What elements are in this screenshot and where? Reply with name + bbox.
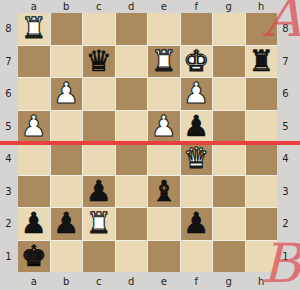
square-a2[interactable]: ♟ [18, 208, 50, 240]
square-g2[interactable] [213, 208, 245, 240]
square-e3[interactable]: ♝ [148, 176, 180, 208]
annotation-letter-a: A [263, 0, 300, 45]
square-b1[interactable] [51, 241, 83, 273]
square-d2[interactable] [116, 208, 148, 240]
square-c3[interactable]: ♟ [83, 176, 115, 208]
file-labels-top: abcdefgh [18, 1, 278, 13]
rank-label-3: 3 [279, 176, 292, 208]
piece-black-king[interactable]: ♚ [21, 241, 47, 272]
rank-label-7: 7 [279, 46, 292, 78]
square-e2[interactable] [148, 208, 180, 240]
file-label-f: f [181, 1, 213, 13]
rank-label-3: 3 [0, 176, 17, 208]
square-c5[interactable] [83, 111, 115, 143]
piece-black-queen[interactable]: ♛ [86, 46, 112, 77]
square-d8[interactable] [116, 13, 148, 45]
file-label-d: d [116, 1, 148, 13]
square-a6[interactable] [18, 78, 50, 110]
square-f5[interactable]: ♟ [181, 111, 213, 143]
piece-white-king[interactable]: ♚ [183, 46, 209, 77]
square-d5[interactable] [116, 111, 148, 143]
rank-label-1: 1 [0, 241, 17, 273]
square-f8[interactable] [181, 13, 213, 45]
file-label-c: c [83, 276, 115, 288]
square-b3[interactable] [51, 176, 83, 208]
rank-label-6: 6 [279, 78, 292, 110]
square-g4[interactable] [213, 143, 245, 175]
rank-label-5: 5 [279, 111, 292, 143]
piece-white-rook[interactable]: ♜ [21, 13, 47, 44]
square-g8[interactable] [213, 13, 245, 45]
square-a7[interactable] [18, 46, 50, 78]
square-a1[interactable]: ♚ [18, 241, 50, 273]
piece-black-pawn[interactable]: ♟ [53, 208, 79, 239]
square-g5[interactable] [213, 111, 245, 143]
file-label-b: b [51, 1, 83, 13]
square-f2[interactable]: ♟ [181, 208, 213, 240]
piece-white-pawn[interactable]: ♟ [21, 111, 47, 142]
square-g7[interactable] [213, 46, 245, 78]
file-label-g: g [213, 1, 245, 13]
piece-white-queen[interactable]: ♛ [183, 143, 209, 174]
square-d3[interactable] [116, 176, 148, 208]
square-e8[interactable] [148, 13, 180, 45]
square-h7[interactable]: ♜ [246, 46, 278, 78]
square-a5[interactable]: ♟ [18, 111, 50, 143]
rank-label-2: 2 [0, 208, 17, 240]
square-b8[interactable] [51, 13, 83, 45]
piece-white-rook[interactable]: ♜ [86, 208, 112, 239]
square-g3[interactable] [213, 176, 245, 208]
file-label-d: d [116, 276, 148, 288]
file-label-f: f [181, 276, 213, 288]
square-c7[interactable]: ♛ [83, 46, 115, 78]
square-h5[interactable] [246, 111, 278, 143]
square-a4[interactable] [18, 143, 50, 175]
square-f6[interactable]: ♟ [181, 78, 213, 110]
piece-black-pawn[interactable]: ♟ [183, 111, 209, 142]
square-h6[interactable] [246, 78, 278, 110]
square-b5[interactable] [51, 111, 83, 143]
file-label-e: e [148, 276, 180, 288]
piece-black-pawn[interactable]: ♟ [183, 208, 209, 239]
square-g1[interactable] [213, 241, 245, 273]
rank-label-4: 4 [0, 143, 17, 175]
annotation-letter-b: B [261, 237, 300, 290]
square-a3[interactable] [18, 176, 50, 208]
square-b4[interactable] [51, 143, 83, 175]
square-f1[interactable] [181, 241, 213, 273]
file-labels-bottom: abcdefgh [18, 276, 278, 288]
square-d6[interactable] [116, 78, 148, 110]
piece-white-pawn[interactable]: ♟ [53, 78, 79, 109]
piece-black-pawn[interactable]: ♟ [21, 208, 47, 239]
square-g6[interactable] [213, 78, 245, 110]
square-h4[interactable] [246, 143, 278, 175]
square-b2[interactable]: ♟ [51, 208, 83, 240]
square-b6[interactable]: ♟ [51, 78, 83, 110]
file-label-b: b [51, 276, 83, 288]
square-e6[interactable] [148, 78, 180, 110]
piece-white-pawn[interactable]: ♟ [151, 111, 177, 142]
square-d1[interactable] [116, 241, 148, 273]
rank-label-4: 4 [279, 143, 292, 175]
square-f3[interactable] [181, 176, 213, 208]
square-e1[interactable] [148, 241, 180, 273]
piece-black-pawn[interactable]: ♟ [86, 176, 112, 207]
piece-white-pawn[interactable]: ♟ [183, 78, 209, 109]
file-label-g: g [213, 276, 245, 288]
file-label-c: c [83, 1, 115, 13]
square-f7[interactable]: ♚ [181, 46, 213, 78]
piece-black-rook[interactable]: ♜ [248, 46, 274, 77]
square-c2[interactable]: ♜ [83, 208, 115, 240]
square-e5[interactable]: ♟ [148, 111, 180, 143]
square-a8[interactable]: ♜ [18, 13, 50, 45]
square-f4[interactable]: ♛ [181, 143, 213, 175]
square-c4[interactable] [83, 143, 115, 175]
square-e4[interactable] [148, 143, 180, 175]
rank-label-7: 7 [0, 46, 17, 78]
rank-label-6: 6 [0, 78, 17, 110]
square-e7[interactable]: ♜ [148, 46, 180, 78]
square-d7[interactable] [116, 46, 148, 78]
file-label-a: a [18, 276, 50, 288]
square-c8[interactable] [83, 13, 115, 45]
square-d4[interactable] [116, 143, 148, 175]
chess-diagram: abcdefgh abcdefgh 87654321 87654321 ♜♛♜♚… [0, 0, 300, 290]
square-b7[interactable] [51, 46, 83, 78]
rank-label-5: 5 [0, 111, 17, 143]
square-c6[interactable] [83, 78, 115, 110]
rank-label-8: 8 [0, 13, 17, 45]
square-c1[interactable] [83, 241, 115, 273]
piece-black-bishop[interactable]: ♝ [151, 176, 177, 207]
annotation-red-line [0, 141, 300, 145]
file-label-e: e [148, 1, 180, 13]
square-h3[interactable] [246, 176, 278, 208]
piece-white-rook[interactable]: ♜ [151, 46, 177, 77]
